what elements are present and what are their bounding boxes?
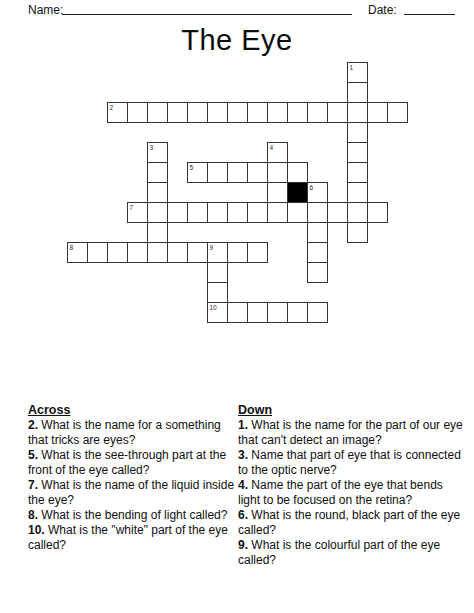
clue-item: 5. What is the see-through part at the f…	[28, 448, 237, 478]
grid-cell[interactable]	[87, 242, 108, 263]
grid-cell[interactable]	[187, 162, 208, 183]
grid-cell[interactable]	[347, 222, 368, 243]
clue-number: 6.	[238, 508, 251, 522]
clue-text: What is the bending of light called?	[41, 508, 227, 522]
grid-cell[interactable]	[247, 162, 268, 183]
name-input-line[interactable]	[62, 2, 352, 15]
grid-cell[interactable]	[207, 282, 228, 303]
grid-cell[interactable]	[347, 62, 368, 83]
clue-item: 10. What is the "white" part of the eye …	[28, 523, 237, 553]
clue-text: Name the part of the eye that bends ligh…	[238, 478, 443, 507]
grid-cell[interactable]	[147, 222, 168, 243]
grid-cell[interactable]	[307, 262, 328, 283]
grid-cell[interactable]	[287, 102, 308, 123]
clue-number: 4.	[238, 478, 251, 492]
grid-cell[interactable]	[227, 102, 248, 123]
clue-item: 6. What is the round, black part of the …	[238, 508, 464, 538]
clue-text: What is the colourful part of the eye ca…	[238, 538, 440, 567]
grid-cell[interactable]	[267, 202, 288, 223]
clue-number: 9.	[238, 538, 251, 552]
grid-cell[interactable]	[147, 162, 168, 183]
grid-cell[interactable]	[247, 242, 268, 263]
grid-cell[interactable]	[207, 242, 228, 263]
clue-text: What is the "white" part of the eye call…	[28, 523, 228, 552]
grid-cell[interactable]	[347, 202, 368, 223]
name-label: Name:	[28, 3, 63, 17]
grid-cell[interactable]	[227, 162, 248, 183]
grid-cell[interactable]	[147, 102, 168, 123]
clue-item: 9. What is the colourful part of the eye…	[238, 538, 464, 568]
grid-cell[interactable]	[267, 102, 288, 123]
grid-cell[interactable]	[347, 142, 368, 163]
grid-cell[interactable]	[207, 162, 228, 183]
grid-cell[interactable]	[267, 162, 288, 183]
down-heading: Down	[238, 402, 464, 418]
grid-cell[interactable]	[347, 182, 368, 203]
clue-item: 3. Name that part of eye that is connect…	[238, 448, 464, 478]
clue-text: What is the name of the liquid inside th…	[28, 478, 234, 507]
across-clues-section: Across 2. What is the name for a somethi…	[28, 402, 237, 553]
grid-cell[interactable]	[127, 202, 148, 223]
grid-cell[interactable]	[247, 102, 268, 123]
clue-item: 1. What is the name for the part of our …	[238, 418, 464, 448]
grid-cell[interactable]	[307, 222, 328, 243]
grid-cell[interactable]	[187, 242, 208, 263]
crossword-grid: 12345678910	[67, 62, 408, 323]
clue-text: What is the round, black part of the eye…	[238, 508, 460, 537]
grid-cell[interactable]	[147, 142, 168, 163]
grid-cell[interactable]	[367, 102, 388, 123]
down-clues-section: Down 1. What is the name for the part of…	[238, 402, 464, 568]
grid-cell[interactable]	[107, 242, 128, 263]
across-clues-list: 2. What is the name for a something that…	[28, 418, 237, 553]
clue-item: 7. What is the name of the liquid inside…	[28, 478, 237, 508]
grid-cell[interactable]	[187, 102, 208, 123]
black-cell	[287, 182, 308, 203]
date-input-line[interactable]	[404, 2, 455, 15]
clue-item: 2. What is the name for a something that…	[28, 418, 237, 448]
grid-cell[interactable]	[187, 202, 208, 223]
grid-cell[interactable]	[367, 202, 388, 223]
grid-cell[interactable]	[347, 122, 368, 143]
grid-cell[interactable]	[287, 202, 308, 223]
grid-cell[interactable]	[347, 102, 368, 123]
grid-cell[interactable]	[167, 102, 188, 123]
grid-cell[interactable]	[307, 242, 328, 263]
grid-cell[interactable]	[67, 242, 88, 263]
grid-cell[interactable]	[287, 162, 308, 183]
clue-text: What is the name for the part of our eye…	[238, 418, 463, 447]
grid-cell[interactable]	[147, 202, 168, 223]
grid-cell[interactable]	[287, 302, 308, 323]
grid-cell[interactable]	[127, 102, 148, 123]
grid-cell[interactable]	[167, 202, 188, 223]
grid-cell[interactable]	[147, 182, 168, 203]
clue-text: What is the see-through part at the fron…	[28, 448, 226, 477]
worksheet-page: Name: Date: The Eye 12345678910 Across 2…	[0, 0, 474, 613]
grid-cell[interactable]	[127, 242, 148, 263]
grid-cell[interactable]	[207, 202, 228, 223]
grid-cell[interactable]	[227, 202, 248, 223]
clue-text: What is the name for a something that tr…	[28, 418, 221, 447]
grid-cell[interactable]	[307, 302, 328, 323]
grid-cell[interactable]	[107, 102, 128, 123]
grid-cell[interactable]	[327, 102, 348, 123]
grid-cell[interactable]	[307, 202, 328, 223]
grid-cell[interactable]	[347, 82, 368, 103]
clue-number: 7.	[28, 478, 41, 492]
clue-number: 5.	[28, 448, 41, 462]
clue-number: 8.	[28, 508, 41, 522]
grid-cell[interactable]	[207, 102, 228, 123]
down-clues-list: 1. What is the name for the part of our …	[238, 418, 464, 568]
clue-number: 2.	[28, 418, 41, 432]
grid-cell[interactable]	[227, 302, 248, 323]
grid-cell[interactable]	[327, 202, 348, 223]
grid-cell[interactable]	[267, 142, 288, 163]
grid-cell[interactable]	[307, 182, 328, 203]
clue-item: 4. Name the part of the eye that bends l…	[238, 478, 464, 508]
across-heading: Across	[28, 402, 237, 418]
grid-cell[interactable]	[267, 182, 288, 203]
clue-number: 3.	[238, 448, 251, 462]
grid-cell[interactable]	[207, 262, 228, 283]
grid-cell[interactable]	[387, 102, 408, 123]
date-label: Date:	[368, 3, 397, 17]
page-title: The Eye	[0, 24, 474, 57]
grid-cell[interactable]	[207, 302, 228, 323]
clue-text: Name that part of eye that is connected …	[238, 448, 461, 477]
grid-cell[interactable]	[227, 242, 248, 263]
clue-number: 1.	[238, 418, 251, 432]
clue-item: 8. What is the bending of light called?	[28, 508, 237, 523]
grid-cell[interactable]	[247, 302, 268, 323]
grid-cell[interactable]	[347, 162, 368, 183]
clue-number: 10.	[28, 523, 48, 537]
grid-cell[interactable]	[267, 302, 288, 323]
grid-cell[interactable]	[167, 242, 188, 263]
grid-cell[interactable]	[147, 242, 168, 263]
grid-cell[interactable]	[247, 202, 268, 223]
grid-cell[interactable]	[307, 102, 328, 123]
